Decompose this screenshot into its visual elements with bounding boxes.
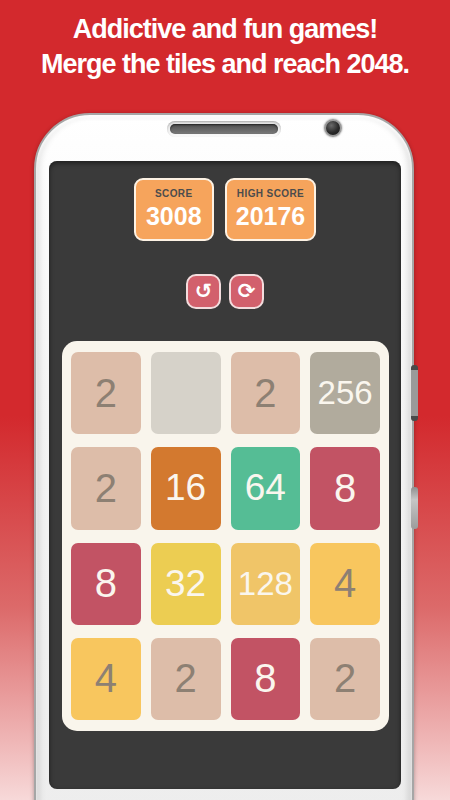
- undo-button[interactable]: ↺: [186, 274, 221, 309]
- score-value: 3008: [145, 202, 203, 230]
- score-box: SCORE 3008: [134, 178, 214, 241]
- promo-tagline-line2: Merge the tiles and reach 2048.: [0, 47, 450, 82]
- tile-r1c2: 64: [231, 447, 301, 529]
- tile-r3c3: 2: [310, 638, 380, 720]
- promo-tagline-line1: Addictive and fun games!: [0, 12, 450, 47]
- game-screen: SCORE 3008 HIGH SCORE 20176 ↺ ⟳ 22256216…: [49, 161, 401, 789]
- tile-r1c0: 2: [71, 447, 141, 529]
- undo-icon: ↺: [195, 280, 213, 301]
- tile-r2c3: 4: [310, 543, 380, 625]
- phone-frame: SCORE 3008 HIGH SCORE 20176 ↺ ⟳ 22256216…: [34, 113, 414, 800]
- board-grid[interactable]: 2225621664883212844282: [62, 341, 389, 731]
- tile-r0c2: 2: [231, 352, 301, 434]
- tile-r2c0: 8: [71, 543, 141, 625]
- restart-icon: ⟳: [238, 280, 256, 301]
- tile-r1c3: 8: [310, 447, 380, 529]
- tile-r0c1: [151, 352, 221, 434]
- tile-r0c3: 256: [310, 352, 380, 434]
- tile-r2c2: 128: [231, 543, 301, 625]
- promo-tagline: Addictive and fun games! Merge the tiles…: [0, 0, 450, 82]
- high-score-label: HIGH SCORE: [236, 188, 306, 200]
- phone-camera: [324, 119, 342, 137]
- scoreboard: SCORE 3008 HIGH SCORE 20176: [49, 178, 401, 241]
- phone-speaker-grille: [170, 124, 278, 134]
- tile-r3c0: 4: [71, 638, 141, 720]
- tile-r3c2: 8: [231, 638, 301, 720]
- high-score-value: 20176: [236, 202, 306, 230]
- tile-r2c1: 32: [151, 543, 221, 625]
- volume-button: [411, 365, 418, 421]
- tile-r0c0: 2: [71, 352, 141, 434]
- phone-speaker: [167, 121, 281, 137]
- power-button: [411, 487, 418, 529]
- tile-r3c1: 2: [151, 638, 221, 720]
- tile-r1c1: 16: [151, 447, 221, 529]
- controls-row: ↺ ⟳: [49, 274, 401, 309]
- score-label: SCORE: [145, 188, 203, 200]
- high-score-box: HIGH SCORE 20176: [225, 178, 317, 241]
- restart-button[interactable]: ⟳: [229, 274, 264, 309]
